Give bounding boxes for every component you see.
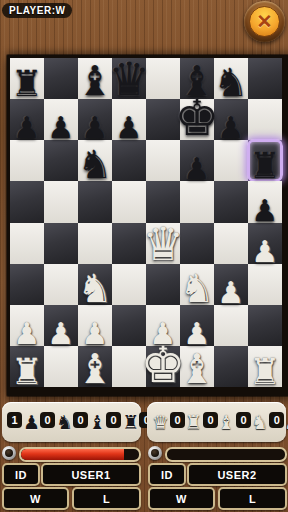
chess-board: ♜♝♛♝♞♟♟♟♟♚♟♞♟♜♟♛♟♞♞♟♟♟♟♟♟♜♝♚♝♜ xyxy=(10,58,282,387)
square-a1[interactable]: ♜ xyxy=(10,346,44,387)
square-g4[interactable] xyxy=(214,223,248,264)
player1-losses-box: L xyxy=(72,487,141,510)
player2-time-bar xyxy=(165,447,287,462)
square-a7[interactable]: ♟ xyxy=(10,99,44,140)
square-b8[interactable] xyxy=(44,58,78,99)
captured-white-pieces-tray: ♛0♜0♝0♞0♟1 xyxy=(147,402,286,442)
close-button-face: ✕ xyxy=(249,6,280,37)
captured-count: 1 xyxy=(7,412,22,428)
captured-count: 0 xyxy=(236,412,251,428)
white-bishop-c1[interactable]: ♝ xyxy=(77,349,114,390)
white-queen-e4[interactable]: ♛ xyxy=(142,221,183,267)
square-b4[interactable] xyxy=(44,223,78,264)
white-knight-c3[interactable]: ♞ xyxy=(78,269,113,308)
square-g5[interactable] xyxy=(214,181,248,222)
white-queen-icon: ♛ xyxy=(152,413,169,432)
captured-black-pawn: 1♟ xyxy=(7,412,40,432)
black-king-f7[interactable]: ♚ xyxy=(175,93,220,143)
square-g1[interactable] xyxy=(214,346,248,387)
white-pawn-b2[interactable]: ♟ xyxy=(48,319,75,349)
player1-name: USER1 xyxy=(41,463,141,486)
black-rook-icon: ♜ xyxy=(122,413,139,432)
player2-name: USER2 xyxy=(187,463,287,486)
square-h6[interactable]: ♜ xyxy=(248,140,282,181)
white-pawn-g3[interactable]: ♟ xyxy=(218,278,245,308)
square-b2[interactable]: ♟ xyxy=(44,305,78,346)
chess-board-frame: ♜♝♛♝♞♟♟♟♟♚♟♞♟♜♟♛♟♞♞♟♟♟♟♟♟♜♝♚♝♜ xyxy=(7,55,288,396)
square-a5[interactable] xyxy=(10,181,44,222)
square-d3[interactable] xyxy=(112,264,146,305)
player1-id-label: ID xyxy=(2,463,40,486)
square-h5[interactable]: ♟ xyxy=(248,181,282,222)
square-a3[interactable] xyxy=(10,264,44,305)
square-a8[interactable]: ♜ xyxy=(10,58,44,99)
captured-count: 0 xyxy=(73,412,88,428)
captured-black-rook: 0♜ xyxy=(106,412,139,432)
square-h4[interactable]: ♟ xyxy=(248,223,282,264)
black-knight-c6[interactable]: ♞ xyxy=(78,145,113,184)
white-bishop-f1[interactable]: ♝ xyxy=(179,349,216,390)
black-pawn-f6[interactable]: ♟ xyxy=(184,154,211,184)
square-f3[interactable]: ♞ xyxy=(180,264,214,305)
square-e4[interactable]: ♛ xyxy=(146,223,180,264)
black-pawn-g7[interactable]: ♟ xyxy=(218,113,245,143)
black-rook-h6[interactable]: ♜ xyxy=(249,148,281,184)
square-d5[interactable] xyxy=(112,181,146,222)
player2-clock-icon xyxy=(148,446,162,460)
square-b5[interactable] xyxy=(44,181,78,222)
square-a4[interactable] xyxy=(10,223,44,264)
black-knight-icon: ♞ xyxy=(56,413,73,432)
white-bishop-icon: ♝ xyxy=(218,413,235,432)
captured-white-pawn: ♟1 xyxy=(284,412,288,432)
square-d8[interactable]: ♛ xyxy=(112,58,146,99)
captured-black-knight: 0♞ xyxy=(40,412,73,432)
square-c4[interactable] xyxy=(78,223,112,264)
white-rook-h1[interactable]: ♜ xyxy=(249,354,281,390)
black-queen-d8[interactable]: ♛ xyxy=(108,56,149,102)
square-c2[interactable]: ♟ xyxy=(78,305,112,346)
square-f7[interactable]: ♚ xyxy=(180,99,214,140)
square-h3[interactable] xyxy=(248,264,282,305)
square-c5[interactable] xyxy=(78,181,112,222)
black-pawn-d7[interactable]: ♟ xyxy=(116,113,143,143)
player2-wins-box: W xyxy=(148,487,215,510)
white-knight-icon: ♞ xyxy=(251,413,268,432)
square-b3[interactable] xyxy=(44,264,78,305)
player1-time-fill xyxy=(21,449,124,460)
square-a6[interactable] xyxy=(10,140,44,181)
square-b6[interactable] xyxy=(44,140,78,181)
white-rook-a1[interactable]: ♜ xyxy=(11,354,43,390)
captured-black-bishop: 0♝ xyxy=(73,412,106,432)
square-f4[interactable] xyxy=(180,223,214,264)
black-pawn-a7[interactable]: ♟ xyxy=(14,113,41,143)
black-pawn-icon: ♟ xyxy=(23,413,40,432)
black-bishop-icon: ♝ xyxy=(89,413,106,432)
square-d4[interactable] xyxy=(112,223,146,264)
square-h8[interactable] xyxy=(248,58,282,99)
player1-wins-box: W xyxy=(2,487,69,510)
captured-count: 0 xyxy=(269,412,284,428)
square-b1[interactable] xyxy=(44,346,78,387)
square-e1[interactable]: ♚ xyxy=(146,346,180,387)
captured-white-knight: ♞0 xyxy=(251,412,284,432)
captured-white-bishop: ♝0 xyxy=(218,412,251,432)
close-icon: ✕ xyxy=(257,12,273,31)
chess-app-screen: PLAYER:W ✕ ♜♝♛♝♞♟♟♟♟♚♟♞♟♜♟♛♟♞♞♟♟♟♟♟♟♜♝♚♝… xyxy=(0,0,288,512)
captured-white-rook: ♜0 xyxy=(185,412,218,432)
square-f5[interactable] xyxy=(180,181,214,222)
square-c7[interactable]: ♟ xyxy=(78,99,112,140)
square-c1[interactable]: ♝ xyxy=(78,346,112,387)
captured-count: 0 xyxy=(170,412,185,428)
black-pawn-c7[interactable]: ♟ xyxy=(82,113,109,143)
player1-clock-icon xyxy=(2,446,16,460)
white-knight-f3[interactable]: ♞ xyxy=(180,269,215,308)
square-h7[interactable] xyxy=(248,99,282,140)
square-g2[interactable] xyxy=(214,305,248,346)
black-rook-a8[interactable]: ♜ xyxy=(11,66,43,102)
black-pawn-b7[interactable]: ♟ xyxy=(48,113,75,143)
white-pawn-h4[interactable]: ♟ xyxy=(252,237,279,267)
white-rook-icon: ♜ xyxy=(185,413,202,432)
player2-id-label: ID xyxy=(148,463,186,486)
captured-black-pieces-tray: 1♟0♞0♝0♜0♛ xyxy=(2,402,141,442)
square-c6[interactable]: ♞ xyxy=(78,140,112,181)
captured-count: 0 xyxy=(203,412,218,428)
square-b7[interactable]: ♟ xyxy=(44,99,78,140)
square-f1[interactable]: ♝ xyxy=(180,346,214,387)
white-pawn-icon: ♟ xyxy=(284,413,288,432)
white-pawn-a2[interactable]: ♟ xyxy=(14,319,41,349)
player1-time-bar xyxy=(19,447,141,462)
captured-white-queen: ♛0 xyxy=(152,412,185,432)
square-h2[interactable] xyxy=(248,305,282,346)
player-side-badge: PLAYER:W xyxy=(2,3,72,18)
black-pawn-h5[interactable]: ♟ xyxy=(252,196,279,226)
square-g3[interactable]: ♟ xyxy=(214,264,248,305)
captured-count: 0 xyxy=(40,412,55,428)
square-a2[interactable]: ♟ xyxy=(10,305,44,346)
player2-losses-box: L xyxy=(218,487,287,510)
square-c3[interactable]: ♞ xyxy=(78,264,112,305)
close-button[interactable]: ✕ xyxy=(244,1,285,42)
square-d6[interactable] xyxy=(112,140,146,181)
square-h1[interactable]: ♜ xyxy=(248,346,282,387)
square-c8[interactable]: ♝ xyxy=(78,58,112,99)
captured-count: 0 xyxy=(106,412,121,428)
